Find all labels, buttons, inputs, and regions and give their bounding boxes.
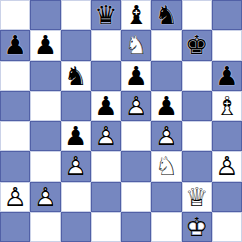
- square-c8[interactable]: [61, 0, 91, 30]
- piece-white-queen: ♕: [182, 182, 212, 212]
- square-h6[interactable]: ♟: [212, 61, 242, 91]
- square-d1[interactable]: [91, 212, 121, 242]
- square-c7[interactable]: [61, 30, 91, 60]
- piece-white-pawn: ♙: [121, 91, 151, 121]
- piece-white-queen-fill: ♛: [182, 182, 212, 212]
- piece-black-pawn: ♟: [30, 30, 60, 60]
- piece-black-bishop: ♝: [121, 0, 151, 30]
- square-e4[interactable]: [121, 121, 151, 151]
- piece-white-pawn: ♙: [151, 121, 181, 151]
- square-c3[interactable]: ♟♙: [61, 151, 91, 181]
- square-a8[interactable]: [0, 0, 30, 30]
- piece-white-pawn-fill: ♟: [121, 91, 151, 121]
- square-h5[interactable]: ♝♗: [212, 91, 242, 121]
- square-b5[interactable]: [30, 91, 60, 121]
- square-b4[interactable]: [30, 121, 60, 151]
- square-h1[interactable]: [212, 212, 242, 242]
- piece-black-pawn: ♟: [61, 121, 91, 151]
- square-b7[interactable]: ♟: [30, 30, 60, 60]
- piece-black-pawn: ♟: [121, 61, 151, 91]
- square-c2[interactable]: [61, 182, 91, 212]
- piece-black-pawn: ♟: [151, 91, 181, 121]
- square-f4[interactable]: ♟♙: [151, 121, 181, 151]
- square-g5[interactable]: [182, 91, 212, 121]
- square-a3[interactable]: [0, 151, 30, 181]
- square-e2[interactable]: [121, 182, 151, 212]
- square-d4[interactable]: ♟♙: [91, 121, 121, 151]
- piece-white-pawn-fill: ♟: [91, 121, 121, 151]
- square-e7[interactable]: ♞♘: [121, 30, 151, 60]
- piece-white-knight-fill: ♞: [121, 30, 151, 60]
- piece-white-pawn-fill: ♟: [0, 182, 30, 212]
- square-a2[interactable]: ♟♙: [0, 182, 30, 212]
- square-e5[interactable]: ♟♙: [121, 91, 151, 121]
- piece-white-pawn: ♙: [61, 151, 91, 181]
- piece-white-king: ♔: [182, 212, 212, 242]
- square-d2[interactable]: [91, 182, 121, 212]
- square-e8[interactable]: ♝: [121, 0, 151, 30]
- square-f1[interactable]: [151, 212, 181, 242]
- piece-white-pawn-fill: ♟: [212, 151, 242, 181]
- piece-black-knight: ♞: [61, 61, 91, 91]
- piece-white-pawn: ♙: [30, 182, 60, 212]
- piece-white-pawn-fill: ♟: [151, 121, 181, 151]
- piece-black-king: ♚: [182, 30, 212, 60]
- square-d8[interactable]: ♛: [91, 0, 121, 30]
- chess-board: ♛♝♞♟♟♞♘♚♞♟♟♟♟♙♟♝♗♟♟♙♟♙♟♙♞♘♟♙♟♙♟♙♛♕♚♔: [0, 0, 242, 242]
- square-h4[interactable]: [212, 121, 242, 151]
- square-b2[interactable]: ♟♙: [30, 182, 60, 212]
- square-c1[interactable]: [61, 212, 91, 242]
- square-g1[interactable]: ♚♔: [182, 212, 212, 242]
- square-e6[interactable]: ♟: [121, 61, 151, 91]
- square-f5[interactable]: ♟: [151, 91, 181, 121]
- piece-white-pawn-fill: ♟: [61, 151, 91, 181]
- piece-white-bishop-fill: ♝: [212, 91, 242, 121]
- square-a5[interactable]: [0, 91, 30, 121]
- piece-white-knight: ♘: [121, 30, 151, 60]
- piece-black-pawn: ♟: [212, 61, 242, 91]
- piece-white-pawn: ♙: [212, 151, 242, 181]
- piece-black-pawn: ♟: [0, 30, 30, 60]
- square-a4[interactable]: [0, 121, 30, 151]
- piece-black-queen: ♛: [91, 0, 121, 30]
- square-b1[interactable]: [30, 212, 60, 242]
- square-f6[interactable]: [151, 61, 181, 91]
- square-f3[interactable]: ♞♘: [151, 151, 181, 181]
- square-h2[interactable]: [212, 182, 242, 212]
- square-b6[interactable]: [30, 61, 60, 91]
- square-f2[interactable]: [151, 182, 181, 212]
- square-a1[interactable]: [0, 212, 30, 242]
- piece-white-king-fill: ♚: [182, 212, 212, 242]
- square-d5[interactable]: ♟: [91, 91, 121, 121]
- piece-black-knight: ♞: [151, 0, 181, 30]
- square-g7[interactable]: ♚: [182, 30, 212, 60]
- square-h7[interactable]: [212, 30, 242, 60]
- square-g8[interactable]: [182, 0, 212, 30]
- square-f7[interactable]: [151, 30, 181, 60]
- piece-white-knight-fill: ♞: [151, 151, 181, 181]
- square-e3[interactable]: [121, 151, 151, 181]
- square-c4[interactable]: ♟: [61, 121, 91, 151]
- piece-white-pawn-fill: ♟: [30, 182, 60, 212]
- square-b3[interactable]: [30, 151, 60, 181]
- piece-white-pawn: ♙: [91, 121, 121, 151]
- piece-white-pawn: ♙: [0, 182, 30, 212]
- square-g3[interactable]: [182, 151, 212, 181]
- square-a6[interactable]: [0, 61, 30, 91]
- square-h3[interactable]: ♟♙: [212, 151, 242, 181]
- square-f8[interactable]: ♞: [151, 0, 181, 30]
- square-g2[interactable]: ♛♕: [182, 182, 212, 212]
- square-c5[interactable]: [61, 91, 91, 121]
- square-d3[interactable]: [91, 151, 121, 181]
- square-e1[interactable]: [121, 212, 151, 242]
- square-d7[interactable]: [91, 30, 121, 60]
- square-a7[interactable]: ♟: [0, 30, 30, 60]
- piece-white-bishop: ♗: [212, 91, 242, 121]
- piece-white-knight: ♘: [151, 151, 181, 181]
- piece-black-pawn: ♟: [91, 91, 121, 121]
- square-g6[interactable]: [182, 61, 212, 91]
- square-h8[interactable]: [212, 0, 242, 30]
- square-g4[interactable]: [182, 121, 212, 151]
- square-d6[interactable]: [91, 61, 121, 91]
- square-c6[interactable]: ♞: [61, 61, 91, 91]
- square-b8[interactable]: [30, 0, 60, 30]
